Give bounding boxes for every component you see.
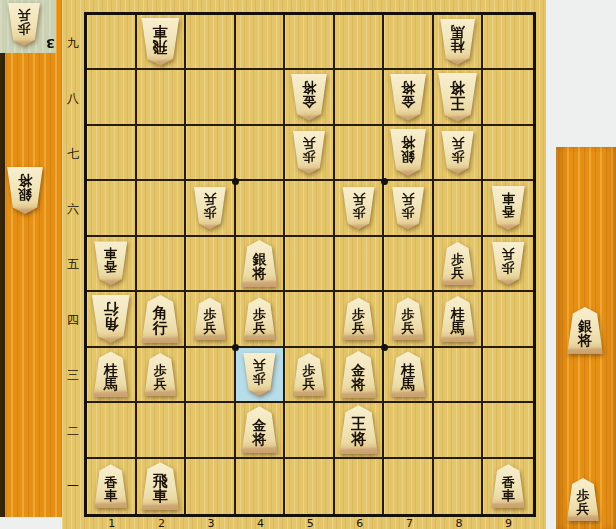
- piece-kanji: 歩兵: [491, 242, 525, 285]
- file-label-5: 5: [300, 517, 320, 529]
- square-9三[interactable]: [483, 348, 533, 403]
- piece-kanji: 香車: [491, 464, 526, 508]
- square-6八[interactable]: [335, 70, 385, 125]
- square-5五[interactable]: [285, 237, 335, 292]
- square-1四[interactable]: 角行: [87, 292, 137, 347]
- square-6七[interactable]: [335, 126, 385, 181]
- square-4一[interactable]: [236, 459, 286, 514]
- piece-pawn[interactable]: 歩兵: [441, 131, 475, 174]
- square-6九[interactable]: [335, 15, 385, 70]
- square-1二[interactable]: [87, 403, 137, 458]
- square-7六[interactable]: 歩兵: [384, 181, 434, 236]
- piece-lance[interactable]: 香車: [491, 186, 526, 230]
- square-9七[interactable]: [483, 126, 533, 181]
- square-2三[interactable]: 歩兵: [137, 348, 187, 403]
- rank-label-3: 三: [62, 367, 84, 384]
- square-2七[interactable]: [137, 126, 187, 181]
- square-3九[interactable]: [186, 15, 236, 70]
- square-4九[interactable]: [236, 15, 286, 70]
- piece-silver[interactable]: 銀将: [389, 129, 427, 176]
- black-hand-panel: 歩兵3: [0, 0, 56, 53]
- piece-kanji: 歩兵: [566, 478, 600, 521]
- square-1三[interactable]: 桂馬: [87, 348, 137, 403]
- piece-gold[interactable]: 金将: [290, 74, 328, 121]
- piece-pawn[interactable]: 歩兵: [143, 353, 177, 396]
- piece-pawn[interactable]: 歩兵: [391, 187, 425, 230]
- square-1七[interactable]: [87, 126, 137, 181]
- square-9一[interactable]: 香車: [483, 459, 533, 514]
- square-9四[interactable]: [483, 292, 533, 347]
- square-3一[interactable]: [186, 459, 236, 514]
- square-8五[interactable]: 歩兵: [434, 237, 484, 292]
- piece-kanji: 角行: [140, 295, 180, 343]
- piece-kanji: 香車: [93, 241, 128, 285]
- square-7一[interactable]: [384, 459, 434, 514]
- piece-pawn[interactable]: 歩兵: [491, 242, 525, 285]
- square-1五[interactable]: 香車: [87, 237, 137, 292]
- rank-label-1: 一: [62, 477, 84, 494]
- square-4四[interactable]: 歩兵: [236, 292, 286, 347]
- square-5三[interactable]: 歩兵: [285, 348, 335, 403]
- square-2二[interactable]: [137, 403, 187, 458]
- square-9二[interactable]: [483, 403, 533, 458]
- file-label-9: 9: [499, 517, 519, 529]
- square-7八[interactable]: 金将: [384, 70, 434, 125]
- square-2五[interactable]: [137, 237, 187, 292]
- square-7五[interactable]: [384, 237, 434, 292]
- white-hand-panel: 銀将歩兵: [556, 147, 616, 529]
- piece-kanji: 歩兵: [292, 131, 326, 174]
- piece-kanji: 桂馬: [390, 351, 427, 397]
- square-9九[interactable]: [483, 15, 533, 70]
- left-edge-shadow: [0, 52, 5, 517]
- piece-kanji: 銀将: [389, 129, 427, 176]
- piece-pawn[interactable]: 歩兵: [292, 131, 326, 174]
- rank-label-2: 二: [62, 422, 84, 439]
- square-8七[interactable]: 歩兵: [434, 126, 484, 181]
- square-6五[interactable]: [335, 237, 385, 292]
- piece-kanji: 銀将: [566, 307, 604, 354]
- star-point: [232, 178, 239, 185]
- square-7二[interactable]: [384, 403, 434, 458]
- piece-knight[interactable]: 桂馬: [439, 19, 476, 65]
- square-5七[interactable]: 歩兵: [285, 126, 335, 181]
- square-7七[interactable]: 銀将: [384, 126, 434, 181]
- file-label-3: 3: [201, 517, 221, 529]
- piece-kanji: 銀将: [240, 240, 278, 287]
- left-komadai-strip: [0, 0, 62, 517]
- piece-pawn[interactable]: 歩兵: [242, 353, 276, 396]
- hand-count: 3: [46, 36, 55, 51]
- piece-knight[interactable]: 桂馬: [92, 351, 129, 397]
- piece-bishop[interactable]: 角行: [91, 295, 131, 343]
- piece-kanji: 歩兵: [391, 297, 425, 340]
- rank-label-6: 六: [62, 200, 84, 217]
- piece-kanji: 飛車: [140, 462, 180, 510]
- piece-kanji: 金将: [389, 74, 427, 121]
- file-label-7: 7: [399, 517, 419, 529]
- hand-piece-pawn[interactable]: 歩兵: [7, 3, 41, 46]
- square-3八[interactable]: [186, 70, 236, 125]
- rank-label-7: 七: [62, 145, 84, 162]
- piece-kanji: 銀将: [6, 167, 44, 214]
- piece-kanji: 歩兵: [342, 297, 376, 340]
- square-7九[interactable]: [384, 15, 434, 70]
- piece-kanji: 金将: [240, 406, 278, 453]
- piece-kanji: 歩兵: [193, 187, 227, 230]
- piece-kanji: 金将: [290, 74, 328, 121]
- piece-kanji: 歩兵: [292, 353, 326, 396]
- square-1一[interactable]: 香車: [87, 459, 137, 514]
- piece-kanji: 歩兵: [242, 353, 276, 396]
- square-3六[interactable]: 歩兵: [186, 181, 236, 236]
- piece-pawn[interactable]: 歩兵: [441, 242, 475, 285]
- hand-piece-silver[interactable]: 銀将: [6, 167, 44, 214]
- square-6三[interactable]: 金将: [335, 348, 385, 403]
- square-5六[interactable]: [285, 181, 335, 236]
- square-8三[interactable]: [434, 348, 484, 403]
- square-5四[interactable]: [285, 292, 335, 347]
- piece-lance[interactable]: 香車: [93, 241, 128, 285]
- square-3五[interactable]: [186, 237, 236, 292]
- piece-kanji: 飛車: [140, 18, 180, 66]
- square-7四[interactable]: 歩兵: [384, 292, 434, 347]
- square-2四[interactable]: 角行: [137, 292, 187, 347]
- piece-rook[interactable]: 飛車: [140, 18, 180, 66]
- square-1六[interactable]: [87, 181, 137, 236]
- star-point: [381, 344, 388, 351]
- square-2八[interactable]: [137, 70, 187, 125]
- file-label-8: 8: [449, 517, 469, 529]
- file-label-2: 2: [151, 517, 171, 529]
- square-8九[interactable]: 桂馬: [434, 15, 484, 70]
- piece-kanji: 歩兵: [143, 353, 177, 396]
- square-8四[interactable]: 桂馬: [434, 292, 484, 347]
- square-6四[interactable]: 歩兵: [335, 292, 385, 347]
- square-8一[interactable]: [434, 459, 484, 514]
- piece-king[interactable]: 王将: [437, 73, 478, 122]
- piece-kanji: 歩兵: [441, 242, 475, 285]
- square-4六[interactable]: [236, 181, 286, 236]
- piece-pawn[interactable]: 歩兵: [292, 353, 326, 396]
- piece-silver[interactable]: 銀将: [240, 240, 278, 287]
- square-6一[interactable]: [335, 459, 385, 514]
- rank-label-5: 五: [62, 256, 84, 273]
- piece-lance[interactable]: 香車: [491, 464, 526, 508]
- square-2六[interactable]: [137, 181, 187, 236]
- piece-kanji: 桂馬: [439, 19, 476, 65]
- piece-kanji: 王将: [338, 405, 379, 454]
- square-2九[interactable]: 飛車: [137, 15, 187, 70]
- piece-kanji: 王将: [437, 73, 478, 122]
- piece-pawn[interactable]: 歩兵: [193, 187, 227, 230]
- piece-pawn[interactable]: 歩兵: [391, 297, 425, 340]
- piece-kanji: 香車: [93, 464, 128, 508]
- piece-gold[interactable]: 金将: [340, 351, 378, 398]
- piece-gold[interactable]: 金将: [240, 406, 278, 453]
- hand-piece-pawn[interactable]: 歩兵: [566, 478, 600, 521]
- file-label-6: 6: [350, 517, 370, 529]
- piece-knight[interactable]: 桂馬: [390, 351, 427, 397]
- square-9六[interactable]: 香車: [483, 181, 533, 236]
- square-4三[interactable]: 歩兵: [236, 348, 286, 403]
- square-3七[interactable]: [186, 126, 236, 181]
- square-3四[interactable]: 歩兵: [186, 292, 236, 347]
- piece-bishop[interactable]: 角行: [140, 295, 180, 343]
- square-2一[interactable]: 飛車: [137, 459, 187, 514]
- piece-kanji: 歩兵: [7, 3, 41, 46]
- square-4八[interactable]: [236, 70, 286, 125]
- hand-piece-silver[interactable]: 銀将: [566, 307, 604, 354]
- square-5九[interactable]: [285, 15, 335, 70]
- shogi-board: 飛車桂馬金将金将王将歩兵銀将歩兵歩兵歩兵歩兵香車香車銀将歩兵歩兵角行角行歩兵歩兵…: [84, 12, 536, 517]
- piece-knight[interactable]: 桂馬: [439, 296, 476, 342]
- shogi-app: 九八七六五四三二一 123456789 飛車桂馬金将金将王将歩兵銀将歩兵歩兵歩兵…: [0, 0, 616, 529]
- piece-kanji: 香車: [491, 186, 526, 230]
- piece-king[interactable]: 王将: [338, 405, 379, 454]
- square-1八[interactable]: [87, 70, 137, 125]
- piece-pawn[interactable]: 歩兵: [342, 187, 376, 230]
- square-3二[interactable]: [186, 403, 236, 458]
- piece-kanji: 金将: [340, 351, 378, 398]
- square-8八[interactable]: 王将: [434, 70, 484, 125]
- piece-pawn[interactable]: 歩兵: [342, 297, 376, 340]
- rank-label-9: 九: [62, 34, 84, 51]
- piece-kanji: 歩兵: [441, 131, 475, 174]
- piece-kanji: 歩兵: [342, 187, 376, 230]
- piece-kanji: 角行: [91, 295, 131, 343]
- square-6六[interactable]: 歩兵: [335, 181, 385, 236]
- piece-kanji: 歩兵: [193, 297, 227, 340]
- piece-rook[interactable]: 飛車: [140, 462, 180, 510]
- square-5二[interactable]: [285, 403, 335, 458]
- piece-gold[interactable]: 金将: [389, 74, 427, 121]
- square-7三[interactable]: 桂馬: [384, 348, 434, 403]
- piece-kanji: 桂馬: [92, 351, 129, 397]
- piece-pawn[interactable]: 歩兵: [242, 297, 276, 340]
- rank-label-8: 八: [62, 90, 84, 107]
- square-3三[interactable]: [186, 348, 236, 403]
- piece-pawn[interactable]: 歩兵: [193, 297, 227, 340]
- square-9五[interactable]: 歩兵: [483, 237, 533, 292]
- file-label-4: 4: [251, 517, 271, 529]
- piece-kanji: 桂馬: [439, 296, 476, 342]
- square-8六[interactable]: [434, 181, 484, 236]
- piece-lance[interactable]: 香車: [93, 464, 128, 508]
- square-9八[interactable]: [483, 70, 533, 125]
- square-1九[interactable]: [87, 15, 137, 70]
- square-8二[interactable]: [434, 403, 484, 458]
- square-6二[interactable]: 王将: [335, 403, 385, 458]
- rank-label-4: 四: [62, 311, 84, 328]
- file-label-1: 1: [102, 517, 122, 529]
- square-4五[interactable]: 銀将: [236, 237, 286, 292]
- square-4七[interactable]: [236, 126, 286, 181]
- piece-kanji: 歩兵: [242, 297, 276, 340]
- square-4二[interactable]: 金将: [236, 403, 286, 458]
- square-5一[interactable]: [285, 459, 335, 514]
- piece-kanji: 歩兵: [391, 187, 425, 230]
- square-5八[interactable]: 金将: [285, 70, 335, 125]
- star-point: [381, 178, 388, 185]
